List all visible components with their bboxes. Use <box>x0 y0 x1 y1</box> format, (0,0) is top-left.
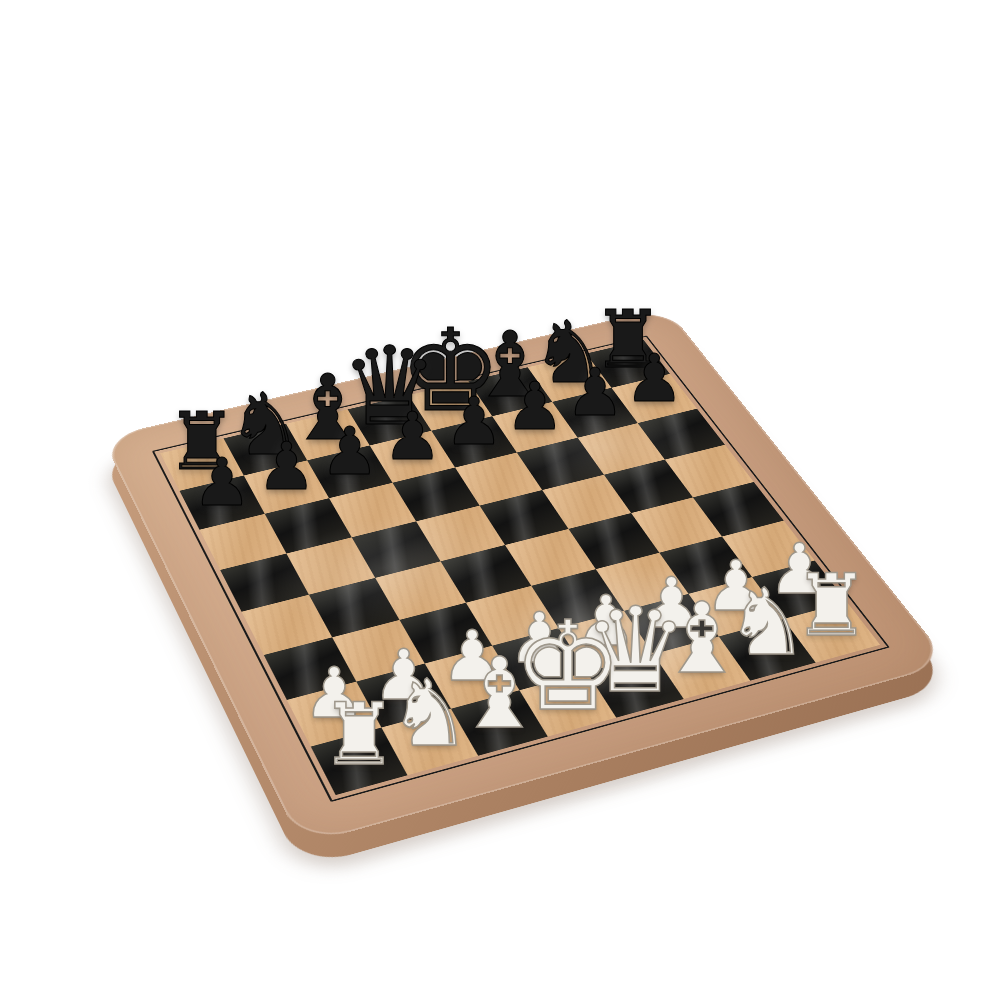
square-e2 <box>559 611 654 672</box>
wooden-board-base <box>102 308 950 846</box>
square-e3 <box>531 569 624 628</box>
square-e1 <box>587 654 684 718</box>
square-a4 <box>242 595 333 655</box>
square-a3 <box>264 637 357 700</box>
square-g3 <box>659 537 752 594</box>
playing-area-frame <box>152 335 890 802</box>
chess-scene <box>0 0 1000 1000</box>
square-a5 <box>220 554 309 612</box>
square-c2 <box>425 646 520 709</box>
square-f2 <box>624 594 719 654</box>
square-a1 <box>311 728 408 796</box>
square-b3 <box>332 620 425 682</box>
square-c4 <box>375 561 466 620</box>
square-g1 <box>719 619 816 681</box>
square-b4 <box>309 578 400 637</box>
square-f1 <box>653 636 750 699</box>
square-f3 <box>596 553 689 611</box>
chessboard-grid <box>160 340 880 795</box>
square-h2 <box>752 561 847 620</box>
square-b2 <box>356 664 451 728</box>
square-c1 <box>451 690 548 755</box>
square-d1 <box>519 672 616 736</box>
product-photo-stage: ♜♞♝♛♚♝♞♜♟♟♟♟♟♟♟♟♜♞♝♚♛♝♞♜♟♟♟♟♟♟♟♟ <box>0 0 1000 1000</box>
square-g2 <box>689 577 784 636</box>
square-b1 <box>381 709 478 776</box>
square-c3 <box>400 603 493 664</box>
square-d4 <box>441 545 532 603</box>
square-d2 <box>492 628 587 690</box>
square-h1 <box>783 602 880 663</box>
square-a2 <box>287 682 382 747</box>
square-d3 <box>466 586 559 646</box>
square-b5 <box>286 537 375 594</box>
